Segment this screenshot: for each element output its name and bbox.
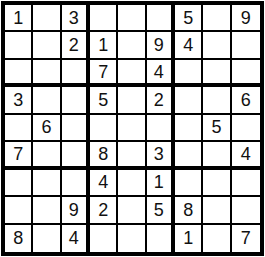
cell-r7c3[interactable] (62, 170, 90, 197)
cell-r5c8[interactable]: 5 (203, 115, 231, 142)
cell-r6c1[interactable]: 7 (5, 142, 33, 169)
cell-r6c7[interactable] (175, 142, 203, 169)
cell-r6c6[interactable]: 3 (147, 142, 175, 169)
cell-r2c3[interactable]: 2 (62, 32, 90, 59)
cell-r4c2[interactable] (33, 87, 61, 114)
cell-r6c3[interactable] (62, 142, 90, 169)
cell-r8c2[interactable] (33, 197, 61, 224)
cell-r3c2[interactable] (33, 60, 61, 87)
cell-r3c5[interactable] (118, 60, 146, 87)
cell-r2c7[interactable]: 4 (175, 32, 203, 59)
cell-r8c8[interactable] (203, 197, 231, 224)
cell-r9c5[interactable] (118, 225, 146, 252)
cell-r8c4[interactable]: 2 (90, 197, 118, 224)
cell-r1c5[interactable] (118, 5, 146, 32)
sudoku-board: 135921947435266578344192588417 (1, 1, 264, 256)
cell-r9c9[interactable]: 7 (232, 225, 260, 252)
cell-r2c6[interactable]: 9 (147, 32, 175, 59)
cell-r8c3[interactable]: 9 (62, 197, 90, 224)
cell-r4c8[interactable] (203, 87, 231, 114)
cell-r9c1[interactable]: 8 (5, 225, 33, 252)
sudoku-page: 135921947435266578344192588417 (0, 1, 265, 257)
cell-r8c9[interactable] (232, 197, 260, 224)
cell-r5c3[interactable] (62, 115, 90, 142)
cell-r8c5[interactable] (118, 197, 146, 224)
cell-r3c9[interactable] (232, 60, 260, 87)
cell-r5c6[interactable] (147, 115, 175, 142)
cell-r5c7[interactable] (175, 115, 203, 142)
cell-r3c1[interactable] (5, 60, 33, 87)
cell-r6c8[interactable] (203, 142, 231, 169)
cell-r2c4[interactable]: 1 (90, 32, 118, 59)
cell-r8c7[interactable]: 8 (175, 197, 203, 224)
cell-r5c4[interactable] (90, 115, 118, 142)
cell-r9c4[interactable] (90, 225, 118, 252)
cell-r1c4[interactable] (90, 5, 118, 32)
cell-r1c6[interactable] (147, 5, 175, 32)
cell-r5c2[interactable]: 6 (33, 115, 61, 142)
cell-r7c7[interactable] (175, 170, 203, 197)
cell-r1c1[interactable]: 1 (5, 5, 33, 32)
cell-r4c3[interactable] (62, 87, 90, 114)
cell-r6c4[interactable]: 8 (90, 142, 118, 169)
cell-r4c6[interactable]: 2 (147, 87, 175, 114)
cell-r2c8[interactable] (203, 32, 231, 59)
cell-r9c7[interactable]: 1 (175, 225, 203, 252)
cell-r2c1[interactable] (5, 32, 33, 59)
cell-r1c7[interactable]: 5 (175, 5, 203, 32)
cell-r2c5[interactable] (118, 32, 146, 59)
cell-r7c6[interactable]: 1 (147, 170, 175, 197)
cell-r9c8[interactable] (203, 225, 231, 252)
cell-r7c1[interactable] (5, 170, 33, 197)
cell-r2c2[interactable] (33, 32, 61, 59)
cell-r3c4[interactable]: 7 (90, 60, 118, 87)
cell-r5c9[interactable] (232, 115, 260, 142)
cell-r5c5[interactable] (118, 115, 146, 142)
cell-r8c6[interactable]: 5 (147, 197, 175, 224)
cell-r6c2[interactable] (33, 142, 61, 169)
cell-r7c2[interactable] (33, 170, 61, 197)
cell-r2c9[interactable] (232, 32, 260, 59)
cell-r1c3[interactable]: 3 (62, 5, 90, 32)
cell-r7c9[interactable] (232, 170, 260, 197)
cell-r3c7[interactable] (175, 60, 203, 87)
cell-r4c1[interactable]: 3 (5, 87, 33, 114)
cell-r7c8[interactable] (203, 170, 231, 197)
cell-r4c9[interactable]: 6 (232, 87, 260, 114)
cell-r7c5[interactable] (118, 170, 146, 197)
cell-r9c6[interactable] (147, 225, 175, 252)
cell-r5c1[interactable] (5, 115, 33, 142)
cell-r1c9[interactable]: 9 (232, 5, 260, 32)
cell-r3c3[interactable] (62, 60, 90, 87)
cell-r9c2[interactable] (33, 225, 61, 252)
cell-r3c8[interactable] (203, 60, 231, 87)
cell-r6c5[interactable] (118, 142, 146, 169)
cell-r4c5[interactable] (118, 87, 146, 114)
cell-r3c6[interactable]: 4 (147, 60, 175, 87)
cell-r8c1[interactable] (5, 197, 33, 224)
cell-r4c4[interactable]: 5 (90, 87, 118, 114)
cell-r7c4[interactable]: 4 (90, 170, 118, 197)
cell-r6c9[interactable]: 4 (232, 142, 260, 169)
cell-r4c7[interactable] (175, 87, 203, 114)
cell-r1c8[interactable] (203, 5, 231, 32)
cell-r9c3[interactable]: 4 (62, 225, 90, 252)
cell-r1c2[interactable] (33, 5, 61, 32)
